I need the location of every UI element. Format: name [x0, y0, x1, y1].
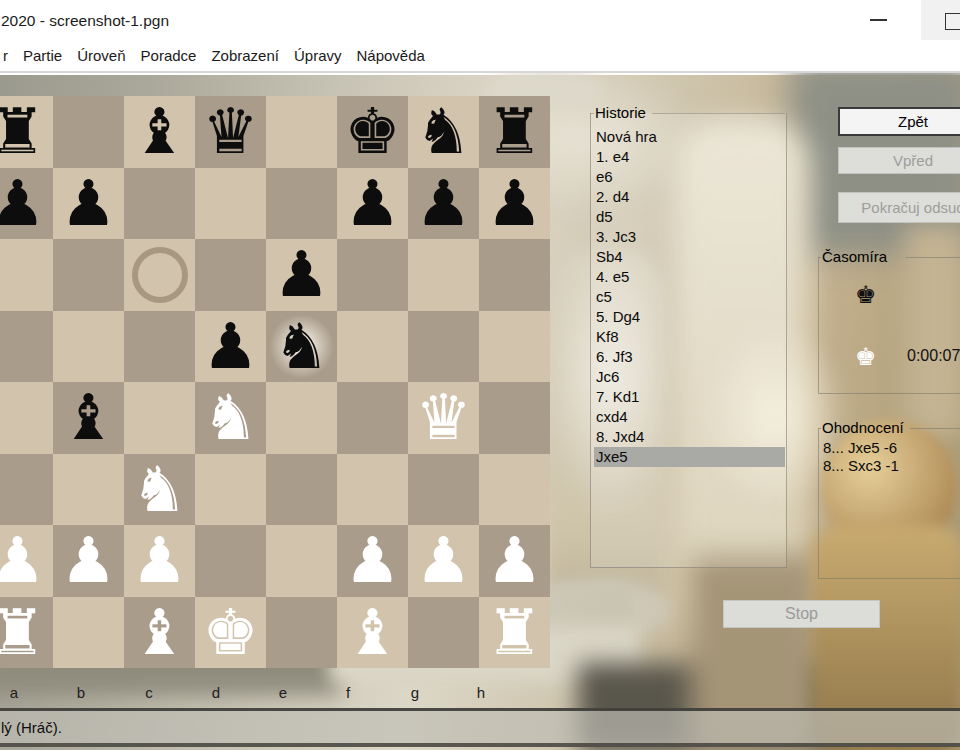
history-panel: Nová hra1. e4e62. d4d53. Jc3Sb44. e5c55.… [590, 113, 787, 568]
square-h5[interactable] [479, 311, 550, 383]
square-c6[interactable] [124, 239, 195, 311]
square-f4[interactable] [337, 382, 408, 454]
menu-item-partie[interactable]: Partie [23, 47, 62, 64]
piece-black-bishop[interactable]: ♝ [124, 96, 195, 168]
file-label-f: f [338, 684, 358, 701]
maximize-icon [945, 13, 960, 30]
piece-black-pawn[interactable]: ♟ [266, 239, 337, 311]
square-g6[interactable] [408, 239, 479, 311]
history-item[interactable]: 2. d4 [594, 187, 785, 207]
piece-white-bishop[interactable]: ♝ [337, 597, 408, 669]
square-d6[interactable] [195, 239, 266, 311]
stop-button[interactable]: Stop [723, 600, 880, 628]
title-bar: 2020 - screenshot-1.pgn [0, 0, 960, 40]
status-text: lý (Hráč). [1, 719, 62, 736]
evaluation-panel: 8... Jxe5 -68... Sxc3 -1 [818, 428, 960, 579]
square-h7[interactable]: ♟ [479, 168, 550, 240]
history-item[interactable]: Nová hra [594, 127, 785, 147]
piece-white-queen[interactable]: ♛ [408, 382, 479, 454]
piece-black-queen[interactable]: ♛ [195, 96, 266, 168]
piece-white-rook[interactable]: ♜ [0, 597, 53, 669]
piece-black-rook[interactable]: ♜ [0, 96, 53, 168]
square-h8[interactable]: ♜ [479, 96, 550, 168]
square-e5[interactable]: ♞ [266, 311, 337, 383]
square-g3[interactable] [408, 454, 479, 526]
piece-white-pawn[interactable]: ♟ [0, 525, 53, 597]
square-g8[interactable]: ♞ [408, 96, 479, 168]
square-c8[interactable]: ♝ [124, 96, 195, 168]
square-c5[interactable] [124, 311, 195, 383]
piece-black-king[interactable]: ♚ [337, 96, 408, 168]
piece-black-knight[interactable]: ♞ [408, 96, 479, 168]
square-b4[interactable]: ♝ [53, 382, 124, 454]
evaluation-item: 8... Sxc3 -1 [823, 457, 899, 475]
piece-white-pawn[interactable]: ♟ [337, 525, 408, 597]
square-c4[interactable] [124, 382, 195, 454]
square-d5[interactable]: ♟ [195, 311, 266, 383]
history-item[interactable]: Sb4 [594, 247, 785, 267]
piece-black-pawn[interactable]: ♟ [0, 168, 53, 240]
history-item[interactable]: Kf8 [594, 327, 785, 347]
window-title: 2020 - screenshot-1.pgn [1, 12, 169, 30]
menu-item-zobrazení[interactable]: Zobrazení [211, 47, 279, 64]
history-item[interactable]: 8. Jxd4 [594, 427, 785, 447]
square-g5[interactable] [408, 311, 479, 383]
square-b5[interactable] [53, 311, 124, 383]
square-a8[interactable]: ♜ [0, 96, 53, 168]
application-window: 2020 - screenshot-1.pgn rPartieÚroveňPor… [0, 0, 960, 750]
history-item[interactable]: 7. Kd1 [594, 387, 785, 407]
square-c1[interactable]: ♝ [124, 597, 195, 669]
menu-item-úroveň[interactable]: Úroveň [77, 47, 125, 64]
piece-black-rook[interactable]: ♜ [479, 96, 550, 168]
history-item[interactable]: cxd4 [594, 407, 785, 427]
square-g7[interactable]: ♟ [408, 168, 479, 240]
square-d3[interactable] [195, 454, 266, 526]
square-a3[interactable] [0, 454, 53, 526]
square-d8[interactable]: ♛ [195, 96, 266, 168]
square-d1[interactable]: ♚ [195, 597, 266, 669]
menu-item-poradce[interactable]: Poradce [141, 47, 197, 64]
history-label: Historie [595, 104, 646, 121]
black-king-icon: ♚ [855, 283, 877, 307]
history-item[interactable]: 1. e4 [594, 147, 785, 167]
history-item[interactable]: c5 [594, 287, 785, 307]
piece-black-pawn[interactable]: ♟ [337, 168, 408, 240]
file-label-b: b [71, 684, 91, 701]
piece-white-bishop[interactable]: ♝ [124, 597, 195, 669]
square-h2[interactable]: ♟ [479, 525, 550, 597]
square-b6[interactable] [53, 239, 124, 311]
status-bar: lý (Hráč). [0, 708, 960, 747]
piece-black-pawn[interactable]: ♟ [195, 311, 266, 383]
history-item[interactable]: 4. e5 [594, 267, 785, 287]
history-item[interactable]: d5 [594, 207, 785, 227]
file-label-d: d [206, 684, 226, 701]
square-f3[interactable] [337, 454, 408, 526]
history-list: Nová hra1. e4e62. d4d53. Jc3Sb44. e5c55.… [594, 127, 785, 467]
square-d7[interactable] [195, 168, 266, 240]
piece-black-bishop[interactable]: ♝ [53, 382, 124, 454]
square-f8[interactable]: ♚ [337, 96, 408, 168]
piece-black-pawn[interactable]: ♟ [408, 168, 479, 240]
menu-item-úpravy[interactable]: Úpravy [294, 47, 342, 64]
file-label-e: e [273, 684, 293, 701]
square-e6[interactable]: ♟ [266, 239, 337, 311]
square-a4[interactable] [0, 382, 53, 454]
square-g1[interactable] [408, 597, 479, 669]
piece-black-knight[interactable]: ♞ [266, 311, 337, 383]
minimize-icon [870, 19, 887, 21]
history-item[interactable]: 3. Jc3 [594, 227, 785, 247]
history-item[interactable]: 5. Dg4 [594, 307, 785, 327]
square-d4[interactable]: ♞ [195, 382, 266, 454]
square-b7[interactable]: ♟ [53, 168, 124, 240]
square-c2[interactable]: ♟ [124, 525, 195, 597]
piece-white-knight[interactable]: ♞ [124, 454, 195, 526]
file-label-h: h [471, 684, 491, 701]
square-a5[interactable] [0, 311, 53, 383]
square-c7[interactable] [124, 168, 195, 240]
square-f5[interactable] [337, 311, 408, 383]
piece-white-rook[interactable]: ♜ [479, 597, 550, 669]
square-e1[interactable] [266, 597, 337, 669]
square-f2[interactable]: ♟ [337, 525, 408, 597]
piece-white-pawn[interactable]: ♟ [408, 525, 479, 597]
square-b2[interactable]: ♟ [53, 525, 124, 597]
file-label-g: g [405, 684, 425, 701]
square-f1[interactable]: ♝ [337, 597, 408, 669]
chess-board: ♜♝♛♚♞♜♟♟♟♟♟♟♟♞♝♞♛♞♟♟♟♟♟♟♜♝♚♝♜ [0, 96, 550, 668]
menu-bar: rPartieÚroveňPoradceZobrazeníÚpravyNápov… [0, 40, 960, 73]
file-labels: abcdefgh [0, 684, 560, 702]
file-label-c: c [139, 684, 159, 701]
maximize-button[interactable] [921, 0, 960, 40]
square-f7[interactable]: ♟ [337, 168, 408, 240]
square-b3[interactable] [53, 454, 124, 526]
white-time-value: 0:00:07 [907, 347, 960, 365]
history-item[interactable]: Jxe5 [594, 447, 785, 467]
square-e2[interactable] [266, 525, 337, 597]
square-h4[interactable] [479, 382, 550, 454]
piece-black-pawn[interactable]: ♟ [53, 168, 124, 240]
square-f6[interactable] [337, 239, 408, 311]
square-h1[interactable]: ♜ [479, 597, 550, 669]
square-e3[interactable] [266, 454, 337, 526]
continue-from-here-button[interactable]: Pokračuj odsud [838, 192, 960, 223]
square-b1[interactable] [53, 597, 124, 669]
square-a7[interactable]: ♟ [0, 168, 53, 240]
menu-item-r[interactable]: r [3, 47, 8, 64]
menu-item-nápověda[interactable]: Nápověda [356, 47, 424, 64]
back-button[interactable]: Zpět [838, 107, 960, 136]
square-c3[interactable]: ♞ [124, 454, 195, 526]
square-a2[interactable]: ♟ [0, 525, 53, 597]
square-b8[interactable] [53, 96, 124, 168]
piece-white-knight[interactable]: ♞ [195, 382, 266, 454]
forward-button[interactable]: Vpřed [838, 147, 960, 174]
square-d2[interactable] [195, 525, 266, 597]
file-label-a: a [4, 684, 24, 701]
history-item[interactable]: 6. Jf3 [594, 347, 785, 367]
square-h6[interactable] [479, 239, 550, 311]
square-e8[interactable] [266, 96, 337, 168]
square-g2[interactable]: ♟ [408, 525, 479, 597]
white-king-icon: ♚ [855, 345, 877, 369]
history-item[interactable]: e6 [594, 167, 785, 187]
move-origin-circle [132, 247, 188, 303]
square-e4[interactable] [266, 382, 337, 454]
piece-white-pawn[interactable]: ♟ [479, 525, 550, 597]
clock-panel: ♚ ♚ 0:00:07 [818, 257, 960, 394]
piece-white-pawn[interactable]: ♟ [53, 525, 124, 597]
piece-black-pawn[interactable]: ♟ [479, 168, 550, 240]
piece-white-pawn[interactable]: ♟ [124, 525, 195, 597]
evaluation-item: 8... Jxe5 -6 [823, 439, 899, 457]
photo-blob [540, 580, 675, 640]
square-h3[interactable] [479, 454, 550, 526]
history-item[interactable]: Jc6 [594, 367, 785, 387]
square-g4[interactable]: ♛ [408, 382, 479, 454]
square-a1[interactable]: ♜ [0, 597, 53, 669]
minimize-button[interactable] [852, 0, 908, 40]
clock-label: Časomíra [822, 248, 887, 265]
evaluation-label: Ohodnocení [822, 419, 904, 436]
square-e7[interactable] [266, 168, 337, 240]
evaluation-list: 8... Jxe5 -68... Sxc3 -1 [823, 439, 899, 475]
piece-white-king[interactable]: ♚ [195, 597, 266, 669]
square-a6[interactable] [0, 239, 53, 311]
